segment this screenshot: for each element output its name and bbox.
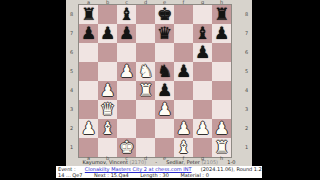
square-c3	[117, 100, 136, 119]
square-e8: ♚	[155, 5, 174, 24]
square-c4	[117, 81, 136, 100]
square-g7: ♝	[193, 24, 212, 43]
rank-label-4: 4	[70, 81, 73, 100]
move-info-line: 14 ... Qe7 Next : 15.Qa4 Length : 30 Mat…	[58, 172, 262, 178]
black-pawn: ♟	[195, 43, 210, 62]
rank-label-2: 2	[245, 119, 248, 138]
rank-label-6: 6	[70, 43, 73, 62]
event-detail: (2024.11.06), Round 1.2	[201, 166, 262, 172]
square-b7: ♟	[98, 24, 117, 43]
white-pawn: ♟	[214, 119, 229, 138]
square-h8: ♜	[212, 5, 231, 24]
square-c8: ♝	[117, 5, 136, 24]
black-bishop: ♝	[195, 24, 210, 43]
square-f6	[174, 43, 193, 62]
square-d8	[136, 5, 155, 24]
square-h7: ♟	[212, 24, 231, 43]
square-e5: ♞	[155, 62, 174, 81]
square-d3	[136, 100, 155, 119]
square-b8	[98, 5, 117, 24]
rank-label-7: 7	[245, 24, 248, 43]
square-f5: ♟	[174, 62, 193, 81]
game-result: 1-0	[227, 159, 235, 165]
black-player-name: Sedliar, Peter	[166, 159, 200, 165]
players-separator: -	[155, 159, 157, 165]
rank-labels-left: 87654321	[70, 5, 73, 157]
square-b6	[98, 43, 117, 62]
square-g4	[193, 81, 212, 100]
material-value: 0	[206, 172, 209, 178]
square-c6	[117, 43, 136, 62]
white-bishop: ♝	[100, 119, 115, 138]
square-g2: ♟	[193, 119, 212, 138]
square-b3: ♛	[98, 100, 117, 119]
square-h5	[212, 62, 231, 81]
white-knight: ♞	[138, 62, 153, 81]
square-a8: ♜	[79, 5, 98, 24]
square-d7	[136, 24, 155, 43]
square-a2: ♟	[79, 119, 98, 138]
square-g3	[193, 100, 212, 119]
white-pawn: ♟	[100, 81, 115, 100]
square-g6: ♟	[193, 43, 212, 62]
black-pawn: ♟	[214, 24, 229, 43]
video-frame: abcdefgh 87654321 ♜♝♚♜♟♟♟♛♝♟♟♟♞♞♟♟♜♟♛♟♟♝…	[0, 0, 320, 180]
black-rook: ♜	[214, 5, 229, 24]
next-label: Next :	[94, 172, 109, 178]
next-move: 15.Qa4	[111, 172, 129, 178]
white-player-rating: (2170)	[129, 159, 146, 165]
rank-label-1: 1	[70, 138, 73, 157]
square-b2: ♝	[98, 119, 117, 138]
black-pawn: ♟	[119, 24, 134, 43]
black-king: ♚	[157, 5, 172, 24]
rank-label-1: 1	[245, 138, 248, 157]
black-pawn: ♟	[157, 81, 172, 100]
rank-labels-right: 87654321	[245, 5, 248, 157]
square-h4	[212, 81, 231, 100]
square-f8	[174, 5, 193, 24]
square-d2	[136, 119, 155, 138]
chess-board: ♜♝♚♜♟♟♟♛♝♟♟♟♞♞♟♟♜♟♛♟♟♝♟♟♟♚♝♜	[78, 4, 232, 158]
square-a5	[79, 62, 98, 81]
rank-label-8: 8	[70, 5, 73, 24]
square-e6	[155, 43, 174, 62]
black-knight: ♞	[157, 62, 172, 81]
square-d4: ♜	[136, 81, 155, 100]
square-g8	[193, 5, 212, 24]
rank-label-7: 7	[70, 24, 73, 43]
white-pawn: ♟	[119, 62, 134, 81]
rank-label-2: 2	[70, 119, 73, 138]
white-pawn: ♟	[176, 119, 191, 138]
black-pawn: ♟	[100, 24, 115, 43]
square-b5	[98, 62, 117, 81]
rank-label-6: 6	[245, 43, 248, 62]
rank-label-3: 3	[245, 100, 248, 119]
white-pawn: ♟	[81, 119, 96, 138]
square-f4	[174, 81, 193, 100]
rank-label-8: 8	[245, 5, 248, 24]
rank-label-5: 5	[70, 62, 73, 81]
square-c2	[117, 119, 136, 138]
square-a4	[79, 81, 98, 100]
white-queen: ♛	[100, 100, 115, 119]
square-h2: ♟	[212, 119, 231, 138]
square-f3	[174, 100, 193, 119]
white-pawn: ♟	[195, 119, 210, 138]
square-a3	[79, 100, 98, 119]
square-b4: ♟	[98, 81, 117, 100]
square-d6	[136, 43, 155, 62]
square-c7: ♟	[117, 24, 136, 43]
black-player-rating: (2105)	[201, 159, 218, 165]
square-a6	[79, 43, 98, 62]
rank-label-4: 4	[245, 81, 248, 100]
length-value: 30	[162, 172, 168, 178]
square-e3: ♟	[155, 100, 174, 119]
square-g5	[193, 62, 212, 81]
square-h6	[212, 43, 231, 62]
square-h3	[212, 100, 231, 119]
white-player-name: Kayumov, Vincent	[83, 159, 128, 165]
length-label: Length :	[140, 172, 161, 178]
black-pawn: ♟	[81, 24, 96, 43]
rank-label-3: 3	[70, 100, 73, 119]
board-panel: abcdefgh 87654321 ♜♝♚♜♟♟♟♛♝♟♟♟♞♞♟♟♜♟♛♟♟♝…	[66, 0, 252, 166]
square-f7	[174, 24, 193, 43]
white-pawn: ♟	[157, 100, 172, 119]
square-d5: ♞	[136, 62, 155, 81]
square-c5: ♟	[117, 62, 136, 81]
rank-label-5: 5	[245, 62, 248, 81]
square-f2: ♟	[174, 119, 193, 138]
square-a7: ♟	[79, 24, 98, 43]
caption-strip: Event : Clonakilty Masters City 2 at che…	[56, 166, 262, 178]
material-label: Material :	[180, 172, 204, 178]
square-e2	[155, 119, 174, 138]
black-bishop: ♝	[119, 5, 134, 24]
square-e7: ♛	[155, 24, 174, 43]
players-line: Kayumov, Vincent (2170) - Sedliar, Peter…	[66, 159, 252, 166]
square-e4: ♟	[155, 81, 174, 100]
white-rook: ♜	[138, 81, 153, 100]
last-move: 14 ... Qe7	[58, 172, 83, 178]
black-rook: ♜	[81, 5, 96, 24]
black-queen: ♛	[157, 24, 172, 43]
black-pawn: ♟	[176, 62, 191, 81]
